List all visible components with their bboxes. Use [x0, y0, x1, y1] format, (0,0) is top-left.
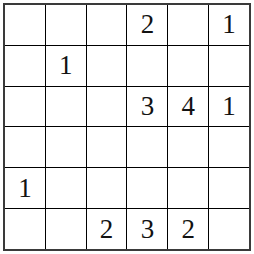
puzzle-board: 2113411232 [3, 3, 251, 251]
empty-cell-r1c5[interactable] [168, 5, 208, 45]
empty-cell-r6c6[interactable] [209, 209, 249, 249]
clue-cell-r5c1: 1 [5, 168, 45, 208]
clue-cell-r2c2: 1 [46, 46, 86, 86]
empty-cell-r4c4[interactable] [127, 127, 167, 167]
empty-cell-r5c3[interactable] [87, 168, 127, 208]
empty-cell-r1c3[interactable] [87, 5, 127, 45]
empty-cell-r3c1[interactable] [5, 87, 45, 127]
clue-cell-r1c6: 1 [209, 5, 249, 45]
empty-cell-r2c6[interactable] [209, 46, 249, 86]
empty-cell-r4c1[interactable] [5, 127, 45, 167]
empty-cell-r2c1[interactable] [5, 46, 45, 86]
clue-cell-r6c5: 2 [168, 209, 208, 249]
empty-cell-r1c1[interactable] [5, 5, 45, 45]
empty-cell-r2c3[interactable] [87, 46, 127, 86]
empty-cell-r4c5[interactable] [168, 127, 208, 167]
empty-cell-r5c4[interactable] [127, 168, 167, 208]
empty-cell-r4c3[interactable] [87, 127, 127, 167]
puzzle-grid: 2113411232 [5, 5, 249, 249]
empty-cell-r4c6[interactable] [209, 127, 249, 167]
empty-cell-r6c2[interactable] [46, 209, 86, 249]
empty-cell-r3c2[interactable] [46, 87, 86, 127]
empty-cell-r2c5[interactable] [168, 46, 208, 86]
clue-cell-r3c4: 3 [127, 87, 167, 127]
empty-cell-r1c2[interactable] [46, 5, 86, 45]
clue-cell-r6c3: 2 [87, 209, 127, 249]
empty-cell-r5c5[interactable] [168, 168, 208, 208]
clue-cell-r6c4: 3 [127, 209, 167, 249]
empty-cell-r5c2[interactable] [46, 168, 86, 208]
empty-cell-r6c1[interactable] [5, 209, 45, 249]
clue-cell-r3c5: 4 [168, 87, 208, 127]
empty-cell-r5c6[interactable] [209, 168, 249, 208]
empty-cell-r4c2[interactable] [46, 127, 86, 167]
clue-cell-r1c4: 2 [127, 5, 167, 45]
clue-cell-r3c6: 1 [209, 87, 249, 127]
empty-cell-r3c3[interactable] [87, 87, 127, 127]
empty-cell-r2c4[interactable] [127, 46, 167, 86]
